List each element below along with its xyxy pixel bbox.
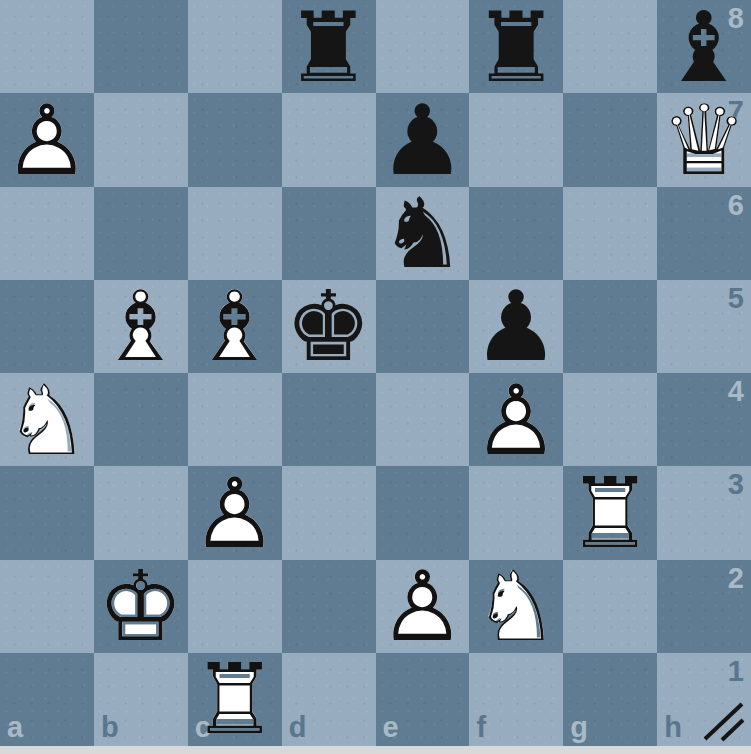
black-rook-f8[interactable]: ♜	[469, 0, 563, 93]
file-label-d: d	[289, 713, 307, 742]
white-pawn-a7[interactable]: ♟♙	[0, 93, 94, 186]
white-pawn-c3[interactable]: ♟♙	[188, 466, 282, 559]
square-h5[interactable]: 5	[657, 280, 751, 373]
square-a1[interactable]: a	[0, 653, 94, 746]
white-queen-h7[interactable]: ♛♕	[657, 93, 751, 186]
rank-label-2: 2	[728, 564, 744, 593]
white-bishop-c5[interactable]: ♝♗	[188, 280, 282, 373]
square-a7[interactable]: ♟♙	[0, 93, 94, 186]
square-c5[interactable]: ♝♗	[188, 280, 282, 373]
white-rook-g3[interactable]: ♜♖	[563, 466, 657, 559]
square-g6[interactable]	[563, 187, 657, 280]
white-king-glyph: ♔	[97, 558, 184, 655]
black-rook-d8[interactable]: ♜	[282, 0, 376, 93]
black-knight-e6[interactable]: ♞	[376, 187, 470, 280]
square-f6[interactable]	[469, 187, 563, 280]
square-c6[interactable]	[188, 187, 282, 280]
white-knight-glyph: ♘	[473, 558, 560, 655]
black-pawn-glyph: ♟	[473, 278, 560, 375]
square-e5[interactable]	[376, 280, 470, 373]
square-e2[interactable]: ♟♙	[376, 560, 470, 653]
square-d1[interactable]: d	[282, 653, 376, 746]
square-b2[interactable]: ♚♔	[94, 560, 188, 653]
square-g4[interactable]	[563, 373, 657, 466]
square-d4[interactable]	[282, 373, 376, 466]
square-a6[interactable]	[0, 187, 94, 280]
rank-label-5: 5	[728, 284, 744, 313]
file-label-g: g	[570, 713, 588, 742]
white-knight-glyph: ♘	[3, 371, 90, 468]
square-e4[interactable]	[376, 373, 470, 466]
file-label-f: f	[476, 713, 486, 742]
square-d2[interactable]	[282, 560, 376, 653]
white-rook-glyph: ♖	[191, 651, 278, 748]
white-knight-a4[interactable]: ♞♘	[0, 373, 94, 466]
square-f3[interactable]	[469, 466, 563, 559]
white-pawn-glyph: ♙	[191, 464, 278, 561]
square-f4[interactable]: ♟♙	[469, 373, 563, 466]
square-b4[interactable]	[94, 373, 188, 466]
square-b3[interactable]	[94, 466, 188, 559]
square-c3[interactable]: ♟♙	[188, 466, 282, 559]
square-h2[interactable]: 2	[657, 560, 751, 653]
white-rook-c1[interactable]: ♜♖	[188, 653, 282, 746]
square-g1[interactable]: g	[563, 653, 657, 746]
square-e3[interactable]	[376, 466, 470, 559]
square-h6[interactable]: 6	[657, 187, 751, 280]
black-pawn-glyph: ♟	[379, 91, 466, 188]
board-resize-handle-icon[interactable]	[700, 700, 746, 742]
square-h8[interactable]: 8♝	[657, 0, 751, 93]
square-b8[interactable]	[94, 0, 188, 93]
black-knight-glyph: ♞	[379, 185, 466, 282]
square-e7[interactable]: ♟	[376, 93, 470, 186]
square-g2[interactable]	[563, 560, 657, 653]
white-pawn-glyph: ♙	[473, 371, 560, 468]
square-b6[interactable]	[94, 187, 188, 280]
rank-label-1: 1	[728, 657, 744, 686]
white-bishop-glyph: ♗	[191, 278, 278, 375]
white-queen-glyph: ♕	[661, 91, 748, 188]
chess-board: ♜♜8♝♟♙♟7♛♕♞6♝♗♝♗♚♟5♞♘♟♙4♟♙♜♖3♚♔♟♙♞♘2abc♜…	[0, 0, 751, 746]
white-bishop-b5[interactable]: ♝♗	[94, 280, 188, 373]
square-h7[interactable]: 7♛♕	[657, 93, 751, 186]
black-king-glyph: ♚	[285, 278, 372, 375]
square-d8[interactable]: ♜	[282, 0, 376, 93]
square-e8[interactable]	[376, 0, 470, 93]
square-b5[interactable]: ♝♗	[94, 280, 188, 373]
square-f7[interactable]	[469, 93, 563, 186]
rank-label-3: 3	[728, 470, 744, 499]
square-d6[interactable]	[282, 187, 376, 280]
square-h4[interactable]: 4	[657, 373, 751, 466]
square-d7[interactable]	[282, 93, 376, 186]
black-bishop-glyph: ♝	[661, 0, 748, 95]
square-f2[interactable]: ♞♘	[469, 560, 563, 653]
square-f8[interactable]: ♜	[469, 0, 563, 93]
square-a4[interactable]: ♞♘	[0, 373, 94, 466]
file-label-h: h	[664, 713, 682, 742]
square-c1[interactable]: c♜♖	[188, 653, 282, 746]
square-c8[interactable]	[188, 0, 282, 93]
file-label-e: e	[383, 713, 399, 742]
square-a2[interactable]	[0, 560, 94, 653]
square-e1[interactable]: e	[376, 653, 470, 746]
black-rook-glyph: ♜	[285, 0, 372, 95]
white-pawn-glyph: ♙	[379, 558, 466, 655]
white-bishop-glyph: ♗	[97, 278, 184, 375]
chess-board-screen: ♜♜8♝♟♙♟7♛♕♞6♝♗♝♗♚♟5♞♘♟♙4♟♙♜♖3♚♔♟♙♞♘2abc♜…	[0, 0, 751, 754]
square-c7[interactable]	[188, 93, 282, 186]
square-f5[interactable]: ♟	[469, 280, 563, 373]
white-king-b2[interactable]: ♚♔	[94, 560, 188, 653]
rank-label-6: 6	[728, 191, 744, 220]
square-h3[interactable]: 3	[657, 466, 751, 559]
square-a3[interactable]	[0, 466, 94, 559]
white-rook-glyph: ♖	[567, 464, 654, 561]
black-king-d5[interactable]: ♚	[282, 280, 376, 373]
black-pawn-e7[interactable]: ♟	[376, 93, 470, 186]
square-f1[interactable]: f	[469, 653, 563, 746]
white-knight-f2[interactable]: ♞♘	[469, 560, 563, 653]
black-pawn-f5[interactable]: ♟	[469, 280, 563, 373]
square-b1[interactable]: b	[94, 653, 188, 746]
white-pawn-f4[interactable]: ♟♙	[469, 373, 563, 466]
file-label-b: b	[101, 713, 119, 742]
square-g3[interactable]: ♜♖	[563, 466, 657, 559]
square-b7[interactable]	[94, 93, 188, 186]
square-c4[interactable]	[188, 373, 282, 466]
rank-label-4: 4	[728, 377, 744, 406]
square-d5[interactable]: ♚	[282, 280, 376, 373]
square-d3[interactable]	[282, 466, 376, 559]
square-c2[interactable]	[188, 560, 282, 653]
bottom-bar	[0, 746, 751, 754]
black-rook-glyph: ♜	[473, 0, 560, 95]
square-a8[interactable]	[0, 0, 94, 93]
square-g7[interactable]	[563, 93, 657, 186]
black-bishop-h8[interactable]: ♝	[657, 0, 751, 93]
square-g5[interactable]	[563, 280, 657, 373]
white-pawn-e2[interactable]: ♟♙	[376, 560, 470, 653]
square-a5[interactable]	[0, 280, 94, 373]
white-pawn-glyph: ♙	[3, 91, 90, 188]
square-g8[interactable]	[563, 0, 657, 93]
square-e6[interactable]: ♞	[376, 187, 470, 280]
file-label-a: a	[7, 713, 23, 742]
